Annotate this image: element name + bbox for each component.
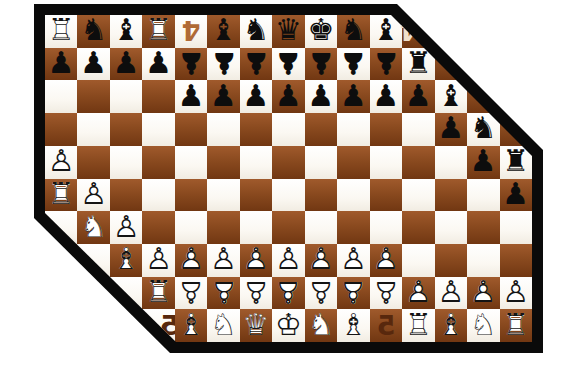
piece-black-fairy-piece[interactable]: 4 (175, 15, 207, 48)
piece-black-inverted-pawn[interactable]: ♟ (305, 48, 337, 81)
piece-white-bishop[interactable]: ♝♗ (175, 309, 207, 342)
white-inverted-pawn-glyph: ♙ (308, 277, 335, 307)
piece-black-pawn[interactable]: ♟ (77, 48, 109, 81)
board-square[interactable]: ♟ (272, 48, 304, 81)
board-square[interactable]: ♟ (240, 48, 272, 81)
black-rook-light-rendered-glyph: ♖ (48, 16, 75, 46)
piece-black-knight[interactable]: ♞ (77, 15, 109, 48)
black-king-glyph: ♚ (308, 16, 335, 46)
board-square[interactable]: ♚ (305, 15, 337, 48)
board-square[interactable] (142, 179, 174, 212)
board-square[interactable]: ♜♖ (500, 309, 532, 342)
board-square[interactable] (45, 113, 77, 146)
black-knight-glyph: ♞ (80, 16, 107, 46)
black-rook-glyph: ♜ (405, 48, 432, 78)
board-square[interactable]: ♟ (207, 80, 239, 113)
black-knight-glyph: ♞ (470, 114, 497, 144)
piece-white-pawn[interactable]: ♟♙ (305, 244, 337, 277)
board-square[interactable] (305, 211, 337, 244)
black-rook-light-rendered-glyph: ♖ (145, 16, 172, 46)
board-square[interactable] (175, 146, 207, 179)
piece-white-pawn[interactable]: ♟♙ (467, 277, 499, 310)
piece-black-knight[interactable]: ♞ (467, 113, 499, 146)
board-square[interactable]: ♞ (467, 113, 499, 146)
board-square[interactable] (402, 179, 434, 212)
piece-white-inverted-pawn[interactable]: ♟♙ (207, 277, 239, 310)
piece-black-pawn[interactable]: ♟ (500, 179, 532, 212)
board-square[interactable] (370, 179, 402, 212)
white-pawn-glyph: ♙ (145, 245, 172, 275)
white-inverted-pawn-glyph: ♙ (372, 277, 399, 307)
black-pawn-glyph: ♟ (145, 48, 172, 78)
board-square[interactable] (402, 146, 434, 179)
board-square[interactable] (500, 211, 532, 244)
piece-white-pawn[interactable]: ♟♙ (110, 211, 142, 244)
board-square[interactable]: ♜ (500, 146, 532, 179)
board-square[interactable] (272, 146, 304, 179)
piece-black-pawn[interactable]: ♟ (402, 80, 434, 113)
piece-white-inverted-pawn[interactable]: ♟♙ (337, 277, 369, 310)
board-square[interactable] (467, 15, 499, 48)
board-square[interactable] (110, 80, 142, 113)
black-pawn-glyph: ♟ (178, 81, 205, 111)
board-square[interactable]: ♟♙ (272, 277, 304, 310)
white-pawn-glyph: ♙ (372, 245, 399, 275)
board-square[interactable]: ♞♘ (467, 309, 499, 342)
white-pawn-glyph: ♙ (405, 277, 432, 307)
piece-black-king[interactable]: ♚ (305, 15, 337, 48)
piece-black-pawn[interactable]: ♟ (142, 48, 174, 81)
board-square[interactable]: ♞ (240, 15, 272, 48)
piece-black-fairy-piece[interactable]: 4 (402, 15, 434, 48)
piece-black-pawn[interactable]: ♟ (272, 80, 304, 113)
board-square[interactable]: ♟♙ (435, 277, 467, 310)
board-square[interactable] (207, 179, 239, 212)
board-square[interactable] (207, 146, 239, 179)
board-square[interactable] (370, 146, 402, 179)
white-pawn-glyph: ♙ (210, 245, 237, 275)
piece-white-queen[interactable]: ♛♕ (240, 309, 272, 342)
piece-black-inverted-pawn[interactable]: ♟ (175, 48, 207, 81)
board-square[interactable]: ♜♖ (142, 15, 174, 48)
board-square[interactable]: ♟ (370, 48, 402, 81)
board-square[interactable] (435, 244, 467, 277)
black-fairy-piece-glyph: 4 (182, 17, 201, 44)
board-square[interactable] (240, 113, 272, 146)
board-square[interactable]: ♟♙ (305, 244, 337, 277)
white-inverted-pawn-glyph: ♙ (178, 277, 205, 307)
board-square[interactable]: ♟ (435, 113, 467, 146)
board-square[interactable]: ♞♘ (207, 309, 239, 342)
board-square[interactable] (240, 179, 272, 212)
board-square[interactable]: ♟♙ (467, 277, 499, 310)
board-square[interactable] (467, 48, 499, 81)
board-square[interactable]: ♞♘ (305, 309, 337, 342)
piece-black-inverted-pawn[interactable]: ♟ (272, 48, 304, 81)
board-square[interactable] (45, 211, 77, 244)
piece-white-inverted-pawn[interactable]: ♟♙ (175, 277, 207, 310)
board-square[interactable]: ♟♙ (305, 277, 337, 310)
board-square[interactable]: ♞ (337, 15, 369, 48)
piece-white-pawn[interactable]: ♟♙ (402, 277, 434, 310)
piece-white-bishop[interactable]: ♝♗ (337, 309, 369, 342)
white-pawn-glyph: ♙ (275, 245, 302, 275)
board-square[interactable] (77, 113, 109, 146)
board-square[interactable]: ♝ (370, 15, 402, 48)
black-pawn-glyph: ♟ (113, 48, 140, 78)
board-square[interactable] (435, 48, 467, 81)
piece-black-knight[interactable]: ♞ (337, 15, 369, 48)
piece-white-bishop[interactable]: ♝♗ (435, 309, 467, 342)
board-square[interactable] (207, 211, 239, 244)
piece-black-pawn[interactable]: ♟ (305, 80, 337, 113)
black-pawn-glyph: ♟ (48, 48, 75, 78)
board-square[interactable]: ♝♗ (435, 309, 467, 342)
board-square[interactable]: ♟♙ (175, 244, 207, 277)
piece-white-knight[interactable]: ♞♘ (467, 309, 499, 342)
board-square[interactable]: ♟♙ (207, 244, 239, 277)
board-square[interactable] (467, 179, 499, 212)
board-square[interactable] (142, 146, 174, 179)
board-square[interactable] (500, 113, 532, 146)
board-square[interactable] (500, 244, 532, 277)
black-pawn-glyph: ♟ (340, 81, 367, 111)
board-square[interactable] (370, 211, 402, 244)
piece-white-pawn[interactable]: ♟♙ (142, 244, 174, 277)
piece-white-pawn[interactable]: ♟♙ (175, 244, 207, 277)
piece-white-pawn[interactable]: ♟♙ (45, 146, 77, 179)
piece-black-bishop[interactable]: ♝ (370, 15, 402, 48)
board-square[interactable]: ♜♖ (142, 277, 174, 310)
board-square[interactable]: ♝♗ (337, 309, 369, 342)
board-square[interactable] (435, 146, 467, 179)
black-inverted-pawn-glyph: ♟ (275, 48, 302, 78)
board-square[interactable]: ♟ (240, 80, 272, 113)
white-king-glyph: ♔ (275, 310, 302, 340)
piece-black-rook[interactable]: ♜ (500, 146, 532, 179)
board-square[interactable] (142, 211, 174, 244)
board-square[interactable]: ♜♖ (45, 179, 77, 212)
piece-white-pawn[interactable]: ♟♙ (207, 244, 239, 277)
piece-white-knight[interactable]: ♞♘ (77, 211, 109, 244)
board-square[interactable] (467, 211, 499, 244)
piece-white-rook[interactable]: ♜♖ (500, 309, 532, 342)
chess-board: ♜♖♞♝♜♖4♝♞♛♚♞♝4♟♟♟♟♟♟♟♟♟♟♟♜♟♟♟♟♟♟♟♟♝♟♞♟♙♟… (45, 15, 532, 342)
piece-black-inverted-pawn[interactable]: ♟ (240, 48, 272, 81)
board-square[interactable]: ♟♙ (142, 244, 174, 277)
board-square[interactable]: ♝ (110, 15, 142, 48)
board-square[interactable] (110, 146, 142, 179)
black-knight-glyph: ♞ (340, 16, 367, 46)
black-pawn-glyph: ♟ (372, 81, 399, 111)
board-square[interactable] (110, 179, 142, 212)
board-square[interactable]: ♟♙ (175, 277, 207, 310)
board-square[interactable]: ♟♙ (337, 277, 369, 310)
variant-chess-diagram: ♜♖♞♝♜♖4♝♞♛♚♞♝4♟♟♟♟♟♟♟♟♟♟♟♜♟♟♟♟♟♟♟♟♝♟♞♟♙♟… (0, 0, 564, 365)
black-queen-glyph: ♛ (275, 16, 302, 46)
board-square[interactable]: ♟ (305, 48, 337, 81)
board-square[interactable]: ♞ (77, 15, 109, 48)
white-pawn-glyph: ♙ (178, 245, 205, 275)
black-pawn-glyph: ♟ (210, 81, 237, 111)
piece-white-rook[interactable]: ♜♖ (402, 309, 434, 342)
board-square[interactable]: ♟ (175, 48, 207, 81)
board-square[interactable] (110, 277, 142, 310)
board-square[interactable] (500, 48, 532, 81)
board-square[interactable] (337, 146, 369, 179)
board-square[interactable]: 5 (370, 309, 402, 342)
board-square[interactable] (77, 244, 109, 277)
board-square[interactable] (272, 211, 304, 244)
black-pawn-glyph: ♟ (437, 114, 464, 144)
white-fairy-piece-glyph: 5 (376, 312, 395, 339)
board-square[interactable] (77, 309, 109, 342)
white-inverted-pawn-glyph: ♙ (275, 277, 302, 307)
white-queen-glyph: ♕ (243, 310, 270, 340)
board-square[interactable] (45, 277, 77, 310)
board-square[interactable]: ♝ (435, 80, 467, 113)
board-square[interactable] (175, 113, 207, 146)
piece-black-inverted-pawn[interactable]: ♟ (337, 48, 369, 81)
white-pawn-glyph: ♙ (340, 245, 367, 275)
board-square[interactable] (45, 309, 77, 342)
board-square[interactable] (240, 211, 272, 244)
white-rook-glyph: ♖ (145, 277, 172, 307)
white-inverted-pawn-glyph: ♙ (210, 277, 237, 307)
piece-white-king[interactable]: ♚♔ (272, 309, 304, 342)
piece-white-pawn[interactable]: ♟♙ (370, 244, 402, 277)
white-pawn-glyph: ♙ (243, 245, 270, 275)
board-square[interactable]: ♟♙ (240, 244, 272, 277)
board-square[interactable]: ♝ (207, 15, 239, 48)
white-knight-glyph: ♘ (80, 212, 107, 242)
board-square[interactable]: ♟ (500, 179, 532, 212)
board-square[interactable] (370, 113, 402, 146)
white-bishop-glyph: ♗ (178, 310, 205, 340)
piece-black-bishop[interactable]: ♝ (207, 15, 239, 48)
black-pawn-glyph: ♟ (80, 48, 107, 78)
board-square[interactable]: 5 (142, 309, 174, 342)
board-square[interactable] (435, 211, 467, 244)
board-square[interactable]: ♟ (467, 146, 499, 179)
black-fairy-piece-glyph: 4 (400, 17, 419, 44)
board-square[interactable] (142, 80, 174, 113)
black-pawn-glyph: ♟ (470, 147, 497, 177)
black-inverted-pawn-glyph: ♟ (178, 48, 205, 78)
board-square[interactable] (402, 244, 434, 277)
piece-black-pawn[interactable]: ♟ (45, 48, 77, 81)
white-inverted-pawn-glyph: ♙ (243, 277, 270, 307)
board-square[interactable]: ♜♖ (45, 15, 77, 48)
board-square[interactable] (77, 277, 109, 310)
black-inverted-pawn-glyph: ♟ (210, 48, 237, 78)
board-square[interactable] (272, 179, 304, 212)
board-square[interactable]: ♟♙ (272, 244, 304, 277)
piece-white-inverted-pawn[interactable]: ♟♙ (305, 277, 337, 310)
black-bishop-glyph: ♝ (113, 16, 140, 46)
board-square[interactable] (272, 113, 304, 146)
black-pawn-glyph: ♟ (308, 81, 335, 111)
board-square[interactable] (305, 113, 337, 146)
black-pawn-glyph: ♟ (275, 81, 302, 111)
white-pawn-glyph: ♙ (470, 277, 497, 307)
board-square[interactable] (110, 113, 142, 146)
board-square[interactable]: ♝♗ (175, 309, 207, 342)
black-inverted-pawn-glyph: ♟ (340, 48, 367, 78)
piece-black-pawn[interactable]: ♟ (175, 80, 207, 113)
piece-white-knight[interactable]: ♞♘ (207, 309, 239, 342)
piece-white-rook[interactable]: ♜♖ (142, 277, 174, 310)
board-square[interactable]: ♜♖ (402, 309, 434, 342)
board-square[interactable]: ♟ (45, 48, 77, 81)
black-bishop-glyph: ♝ (437, 81, 464, 111)
piece-black-pawn[interactable]: ♟ (435, 113, 467, 146)
piece-white-inverted-pawn[interactable]: ♟♙ (272, 277, 304, 310)
piece-black-queen[interactable]: ♛ (272, 15, 304, 48)
white-knight-glyph: ♘ (210, 310, 237, 340)
board-square[interactable]: ♟♙ (337, 244, 369, 277)
piece-black-rook[interactable]: ♜ (402, 48, 434, 81)
piece-black-pawn[interactable]: ♟ (337, 80, 369, 113)
board-square[interactable]: ♛♕ (240, 309, 272, 342)
board-square[interactable] (500, 15, 532, 48)
piece-black-inverted-pawn[interactable]: ♟ (370, 48, 402, 81)
board-square[interactable]: ♟ (142, 48, 174, 81)
board-square[interactable]: ♟♙ (45, 146, 77, 179)
piece-black-pawn[interactable]: ♟ (240, 80, 272, 113)
white-bishop-glyph: ♗ (113, 245, 140, 275)
piece-white-bishop[interactable]: ♝♗ (110, 244, 142, 277)
piece-white-pawn[interactable]: ♟♙ (435, 277, 467, 310)
black-pawn-glyph: ♟ (243, 81, 270, 111)
board-square[interactable] (77, 146, 109, 179)
white-rook-glyph: ♖ (405, 310, 432, 340)
board-square[interactable]: ♟ (77, 48, 109, 81)
board-square[interactable] (435, 15, 467, 48)
board-square[interactable]: ♟♙ (240, 277, 272, 310)
piece-black-knight[interactable]: ♞ (240, 15, 272, 48)
piece-white-pawn[interactable]: ♟♙ (272, 244, 304, 277)
board-square[interactable] (337, 211, 369, 244)
board-square[interactable] (45, 244, 77, 277)
piece-black-rook-light-rendered[interactable]: ♜♖ (142, 15, 174, 48)
white-pawn-glyph: ♙ (308, 245, 335, 275)
board-square[interactable]: ♝♗ (110, 244, 142, 277)
board-square[interactable]: ♟ (110, 48, 142, 81)
board-frame: ♜♖♞♝♜♖4♝♞♛♚♞♝4♟♟♟♟♟♟♟♟♟♟♟♜♟♟♟♟♟♟♟♟♝♟♞♟♙♟… (34, 4, 545, 355)
white-inverted-pawn-glyph: ♙ (340, 277, 367, 307)
piece-white-pawn[interactable]: ♟♙ (337, 244, 369, 277)
board-square[interactable]: ♚♔ (272, 309, 304, 342)
black-inverted-pawn-glyph: ♟ (308, 48, 335, 78)
white-pawn-glyph: ♙ (502, 277, 529, 307)
piece-black-bishop[interactable]: ♝ (435, 80, 467, 113)
board-square[interactable] (175, 179, 207, 212)
piece-black-rook-light-rendered[interactable]: ♜♖ (45, 15, 77, 48)
white-pawn-glyph: ♙ (80, 179, 107, 209)
board-square[interactable]: ♜ (402, 48, 434, 81)
piece-white-rook[interactable]: ♜♖ (45, 179, 77, 212)
piece-white-fairy-piece[interactable]: 5 (370, 309, 402, 342)
board-square[interactable]: ♟♙ (77, 179, 109, 212)
piece-black-pawn[interactable]: ♟ (207, 80, 239, 113)
board-square[interactable] (175, 211, 207, 244)
piece-black-bishop[interactable]: ♝ (110, 15, 142, 48)
piece-white-pawn[interactable]: ♟♙ (500, 277, 532, 310)
white-knight-glyph: ♘ (308, 310, 335, 340)
board-square[interactable] (467, 244, 499, 277)
board-square[interactable]: ♟♙ (110, 211, 142, 244)
board-square[interactable]: ♟ (305, 80, 337, 113)
board-square[interactable] (435, 179, 467, 212)
board-square[interactable] (337, 113, 369, 146)
board-square[interactable]: 4 (402, 15, 434, 48)
board-square[interactable] (402, 113, 434, 146)
board-square[interactable]: ♟♙ (370, 244, 402, 277)
black-bishop-glyph: ♝ (210, 16, 237, 46)
black-knight-glyph: ♞ (243, 16, 270, 46)
white-rook-glyph: ♖ (48, 179, 75, 209)
piece-white-inverted-pawn[interactable]: ♟♙ (370, 277, 402, 310)
white-pawn-glyph: ♙ (113, 212, 140, 242)
board-square[interactable] (500, 80, 532, 113)
board-square[interactable]: ♟♙ (207, 277, 239, 310)
board-square[interactable]: ♟♙ (370, 277, 402, 310)
board-square[interactable] (207, 113, 239, 146)
white-rook-glyph: ♖ (502, 310, 529, 340)
board-square[interactable]: ♛ (272, 15, 304, 48)
piece-black-inverted-pawn[interactable]: ♟ (207, 48, 239, 81)
board-square[interactable] (467, 80, 499, 113)
board-square[interactable]: 4 (175, 15, 207, 48)
board-square[interactable]: ♟ (207, 48, 239, 81)
piece-white-inverted-pawn[interactable]: ♟♙ (240, 277, 272, 310)
board-square[interactable]: ♟ (337, 80, 369, 113)
black-bishop-glyph: ♝ (372, 16, 399, 46)
board-square[interactable]: ♟ (272, 80, 304, 113)
board-square[interactable] (402, 211, 434, 244)
board-square[interactable]: ♟♙ (500, 277, 532, 310)
board-square[interactable] (45, 80, 77, 113)
board-square[interactable] (142, 113, 174, 146)
piece-black-pawn[interactable]: ♟ (467, 146, 499, 179)
black-rook-glyph: ♜ (502, 147, 529, 177)
piece-black-pawn[interactable]: ♟ (370, 80, 402, 113)
black-pawn-glyph: ♟ (502, 179, 529, 209)
piece-white-fairy-piece[interactable]: 5 (142, 309, 174, 342)
board-square[interactable]: ♟ (337, 48, 369, 81)
board-square[interactable]: ♞♘ (77, 211, 109, 244)
black-inverted-pawn-glyph: ♟ (372, 48, 399, 78)
board-square[interactable] (337, 179, 369, 212)
white-knight-glyph: ♘ (470, 310, 497, 340)
piece-white-knight[interactable]: ♞♘ (305, 309, 337, 342)
board-square[interactable]: ♟♙ (402, 277, 434, 310)
black-inverted-pawn-glyph: ♟ (243, 48, 270, 78)
piece-white-pawn[interactable]: ♟♙ (240, 244, 272, 277)
board-square[interactable] (305, 179, 337, 212)
board-square[interactable] (77, 80, 109, 113)
board-square[interactable] (110, 309, 142, 342)
piece-black-pawn[interactable]: ♟ (110, 48, 142, 81)
white-pawn-glyph: ♙ (437, 277, 464, 307)
board-square[interactable]: ♟ (175, 80, 207, 113)
board-square[interactable] (305, 146, 337, 179)
board-square[interactable]: ♟ (370, 80, 402, 113)
board-square[interactable] (240, 146, 272, 179)
piece-white-pawn[interactable]: ♟♙ (77, 179, 109, 212)
board-square[interactable]: ♟ (402, 80, 434, 113)
